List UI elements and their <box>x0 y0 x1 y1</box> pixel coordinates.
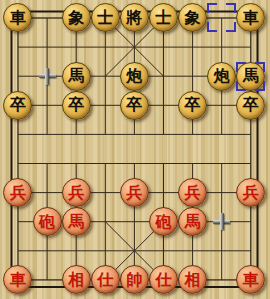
piece-black-elephant[interactable]: 象 <box>62 3 91 32</box>
board-intersections-grid[interactable]: 車象士將士象車馬炮炮馬卒卒卒卒卒兵兵兵兵兵砲馬砲馬車相仕帥仕相車 <box>3 3 265 294</box>
piece-black-horse[interactable]: 馬 <box>62 62 91 91</box>
cross-marker-point[interactable] <box>207 207 236 236</box>
piece-black-soldier[interactable]: 卒 <box>62 91 91 120</box>
piece-black-chariot[interactable]: 車 <box>3 3 32 32</box>
piece-black-general[interactable]: 將 <box>120 3 149 32</box>
board-point[interactable]: 馬 <box>236 62 265 91</box>
board-point[interactable]: 士 <box>149 3 178 32</box>
board-point[interactable]: 卒 <box>62 91 91 120</box>
piece-red-elephant[interactable]: 相 <box>178 265 207 294</box>
board-point[interactable]: 兵 <box>120 178 149 207</box>
piece-red-advisor[interactable]: 仕 <box>149 265 178 294</box>
board-point[interactable]: 象 <box>178 3 207 32</box>
piece-black-elephant[interactable]: 象 <box>178 3 207 32</box>
board-point[interactable]: 兵 <box>178 178 207 207</box>
piece-black-cannon[interactable]: 炮 <box>120 62 149 91</box>
cross-marker-point[interactable] <box>33 62 62 91</box>
piece-black-horse[interactable]: 馬 <box>236 62 265 91</box>
board-point[interactable]: 仕 <box>149 265 178 294</box>
last-move-from-marker-corner-bl <box>207 22 217 32</box>
piece-black-soldier[interactable]: 卒 <box>236 91 265 120</box>
piece-red-general[interactable]: 帥 <box>120 265 149 294</box>
piece-red-horse[interactable]: 馬 <box>178 207 207 236</box>
piece-red-horse[interactable]: 馬 <box>62 207 91 236</box>
board-point[interactable]: 象 <box>62 3 91 32</box>
piece-black-advisor[interactable]: 士 <box>91 3 120 32</box>
board-point[interactable]: 將 <box>120 3 149 32</box>
board-point[interactable]: 卒 <box>120 91 149 120</box>
move-cross-marker <box>39 68 56 85</box>
board-point[interactable]: 車 <box>3 265 32 294</box>
piece-red-soldier[interactable]: 兵 <box>3 178 32 207</box>
board-point[interactable]: 車 <box>236 3 265 32</box>
board-point[interactable]: 仕 <box>91 265 120 294</box>
board-point[interactable]: 炮 <box>207 62 236 91</box>
piece-black-advisor[interactable]: 士 <box>149 3 178 32</box>
last-move-from-marker-point[interactable] <box>207 3 236 32</box>
board-point[interactable]: 馬 <box>62 207 91 236</box>
cross-vertical-bar <box>220 213 224 230</box>
last-move-from-marker-corner-tr <box>226 3 236 13</box>
board-point[interactable]: 馬 <box>178 207 207 236</box>
piece-red-advisor[interactable]: 仕 <box>91 265 120 294</box>
board-point[interactable]: 士 <box>91 3 120 32</box>
board-point[interactable]: 兵 <box>62 178 91 207</box>
board-point[interactable]: 馬 <box>62 62 91 91</box>
piece-black-soldier[interactable]: 卒 <box>178 91 207 120</box>
board-point[interactable]: 兵 <box>3 178 32 207</box>
board-point[interactable]: 車 <box>236 265 265 294</box>
piece-black-chariot[interactable]: 車 <box>236 3 265 32</box>
board-point[interactable]: 卒 <box>236 91 265 120</box>
board-point[interactable]: 帥 <box>120 265 149 294</box>
piece-red-soldier[interactable]: 兵 <box>178 178 207 207</box>
cross-horizontal-bar <box>213 220 230 224</box>
board-point[interactable]: 砲 <box>149 207 178 236</box>
board-point[interactable]: 砲 <box>33 207 62 236</box>
piece-red-cannon[interactable]: 砲 <box>33 207 62 236</box>
piece-red-chariot[interactable]: 車 <box>236 265 265 294</box>
board-point[interactable]: 卒 <box>3 91 32 120</box>
board-point[interactable]: 兵 <box>236 178 265 207</box>
move-cross-marker <box>213 213 230 230</box>
piece-red-soldier[interactable]: 兵 <box>236 178 265 207</box>
piece-black-cannon[interactable]: 炮 <box>207 62 236 91</box>
cross-horizontal-bar <box>39 74 56 78</box>
last-move-from-marker-corner-tl <box>207 3 217 13</box>
xiangqi-board: 車象士將士象車馬炮炮馬卒卒卒卒卒兵兵兵兵兵砲馬砲馬車相仕帥仕相車 <box>0 0 270 299</box>
last-move-from-marker <box>208 4 235 31</box>
last-move-from-marker-corner-br <box>226 22 236 32</box>
board-point[interactable]: 卒 <box>178 91 207 120</box>
board-point[interactable]: 炮 <box>120 62 149 91</box>
board-point[interactable]: 相 <box>62 265 91 294</box>
piece-red-chariot[interactable]: 車 <box>3 265 32 294</box>
board-point[interactable]: 車 <box>3 3 32 32</box>
piece-red-soldier[interactable]: 兵 <box>62 178 91 207</box>
piece-black-soldier[interactable]: 卒 <box>3 91 32 120</box>
piece-red-soldier[interactable]: 兵 <box>120 178 149 207</box>
piece-red-elephant[interactable]: 相 <box>62 265 91 294</box>
board-point[interactable]: 相 <box>178 265 207 294</box>
piece-black-soldier[interactable]: 卒 <box>120 91 149 120</box>
piece-red-cannon[interactable]: 砲 <box>149 207 178 236</box>
cross-vertical-bar <box>45 68 49 85</box>
